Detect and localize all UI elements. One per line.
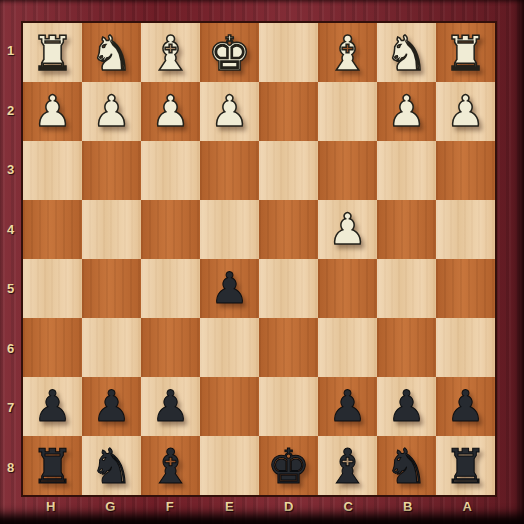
square-b2[interactable]: ♟: [377, 82, 436, 141]
square-f2[interactable]: ♟: [141, 82, 200, 141]
square-c5[interactable]: [318, 259, 377, 318]
black-pawn[interactable]: ♟: [33, 385, 72, 428]
file-label-f: F: [140, 497, 200, 516]
square-e3[interactable]: [200, 141, 259, 200]
square-g8[interactable]: ♞: [82, 436, 141, 495]
square-e5[interactable]: ♟: [200, 259, 259, 318]
square-h2[interactable]: ♟: [23, 82, 82, 141]
square-d8[interactable]: ♚: [259, 436, 318, 495]
white-knight[interactable]: ♞: [385, 29, 428, 77]
rank-label-3: 3: [0, 140, 21, 200]
white-king[interactable]: ♚: [208, 29, 251, 77]
square-d5[interactable]: [259, 259, 318, 318]
file-label-b: B: [378, 497, 438, 516]
square-c2[interactable]: [318, 82, 377, 141]
square-b7[interactable]: ♟: [377, 377, 436, 436]
square-d6[interactable]: [259, 318, 318, 377]
file-label-e: E: [200, 497, 260, 516]
white-pawn[interactable]: ♟: [328, 208, 367, 251]
square-a3[interactable]: [436, 141, 495, 200]
square-b6[interactable]: [377, 318, 436, 377]
black-bishop[interactable]: ♝: [149, 442, 192, 490]
square-f5[interactable]: [141, 259, 200, 318]
square-f7[interactable]: ♟: [141, 377, 200, 436]
square-c7[interactable]: ♟: [318, 377, 377, 436]
square-g5[interactable]: [82, 259, 141, 318]
rank-label-7: 7: [0, 378, 21, 438]
square-b5[interactable]: [377, 259, 436, 318]
white-knight[interactable]: ♞: [90, 29, 133, 77]
board-frame: 12345678 HGFEDCBA ♜♞♝♚♝♞♜♟♟♟♟♟♟♟♟♟♟♟♟♟♟♜…: [0, 0, 524, 524]
square-a7[interactable]: ♟: [436, 377, 495, 436]
square-h5[interactable]: [23, 259, 82, 318]
square-a1[interactable]: ♜: [436, 23, 495, 82]
rank-label-2: 2: [0, 81, 21, 141]
white-pawn[interactable]: ♟: [446, 90, 485, 133]
square-f4[interactable]: [141, 200, 200, 259]
square-e2[interactable]: ♟: [200, 82, 259, 141]
square-e1[interactable]: ♚: [200, 23, 259, 82]
white-pawn[interactable]: ♟: [33, 90, 72, 133]
square-e4[interactable]: [200, 200, 259, 259]
square-h7[interactable]: ♟: [23, 377, 82, 436]
white-pawn[interactable]: ♟: [151, 90, 190, 133]
square-g4[interactable]: [82, 200, 141, 259]
file-label-h: H: [21, 497, 81, 516]
chess-board: ♜♞♝♚♝♞♜♟♟♟♟♟♟♟♟♟♟♟♟♟♟♜♞♝♚♝♞♜: [21, 21, 497, 497]
file-label-c: C: [319, 497, 379, 516]
rank-label-5: 5: [0, 259, 21, 319]
square-d7[interactable]: [259, 377, 318, 436]
black-pawn[interactable]: ♟: [387, 385, 426, 428]
square-b3[interactable]: [377, 141, 436, 200]
square-g3[interactable]: [82, 141, 141, 200]
square-b4[interactable]: [377, 200, 436, 259]
square-g7[interactable]: ♟: [82, 377, 141, 436]
square-a4[interactable]: [436, 200, 495, 259]
square-h1[interactable]: ♜: [23, 23, 82, 82]
square-a8[interactable]: ♜: [436, 436, 495, 495]
black-pawn[interactable]: ♟: [328, 385, 367, 428]
square-h8[interactable]: ♜: [23, 436, 82, 495]
square-c6[interactable]: [318, 318, 377, 377]
rank-labels: 12345678: [0, 21, 21, 497]
white-rook[interactable]: ♜: [31, 29, 74, 77]
rank-label-4: 4: [0, 200, 21, 260]
square-d3[interactable]: [259, 141, 318, 200]
black-rook[interactable]: ♜: [31, 442, 74, 490]
square-c1[interactable]: ♝: [318, 23, 377, 82]
black-pawn[interactable]: ♟: [151, 385, 190, 428]
square-g1[interactable]: ♞: [82, 23, 141, 82]
white-rook[interactable]: ♜: [444, 29, 487, 77]
black-king[interactable]: ♚: [267, 442, 310, 490]
rank-label-8: 8: [0, 438, 21, 498]
rank-label-6: 6: [0, 319, 21, 379]
square-e7[interactable]: [200, 377, 259, 436]
square-d4[interactable]: [259, 200, 318, 259]
square-d2[interactable]: [259, 82, 318, 141]
white-pawn[interactable]: ♟: [210, 90, 249, 133]
white-bishop[interactable]: ♝: [326, 29, 369, 77]
file-label-d: D: [259, 497, 319, 516]
square-f6[interactable]: [141, 318, 200, 377]
black-bishop[interactable]: ♝: [326, 442, 369, 490]
file-label-g: G: [81, 497, 141, 516]
square-f3[interactable]: [141, 141, 200, 200]
square-g6[interactable]: [82, 318, 141, 377]
square-h6[interactable]: [23, 318, 82, 377]
square-h3[interactable]: [23, 141, 82, 200]
black-pawn[interactable]: ♟: [210, 267, 249, 310]
black-pawn[interactable]: ♟: [446, 385, 485, 428]
square-c3[interactable]: [318, 141, 377, 200]
white-pawn[interactable]: ♟: [92, 90, 131, 133]
black-pawn[interactable]: ♟: [92, 385, 131, 428]
square-g2[interactable]: ♟: [82, 82, 141, 141]
file-labels: HGFEDCBA: [21, 497, 497, 516]
white-pawn[interactable]: ♟: [387, 90, 426, 133]
square-b1[interactable]: ♞: [377, 23, 436, 82]
rank-label-1: 1: [0, 21, 21, 81]
square-c4[interactable]: ♟: [318, 200, 377, 259]
square-e6[interactable]: [200, 318, 259, 377]
square-b8[interactable]: ♞: [377, 436, 436, 495]
square-c8[interactable]: ♝: [318, 436, 377, 495]
square-a5[interactable]: [436, 259, 495, 318]
white-bishop[interactable]: ♝: [149, 29, 192, 77]
square-h4[interactable]: [23, 200, 82, 259]
square-e8[interactable]: [200, 436, 259, 495]
black-knight[interactable]: ♞: [90, 442, 133, 490]
square-a2[interactable]: ♟: [436, 82, 495, 141]
black-knight[interactable]: ♞: [385, 442, 428, 490]
square-a6[interactable]: [436, 318, 495, 377]
square-d1[interactable]: [259, 23, 318, 82]
black-rook[interactable]: ♜: [444, 442, 487, 490]
square-f8[interactable]: ♝: [141, 436, 200, 495]
file-label-a: A: [438, 497, 498, 516]
square-f1[interactable]: ♝: [141, 23, 200, 82]
